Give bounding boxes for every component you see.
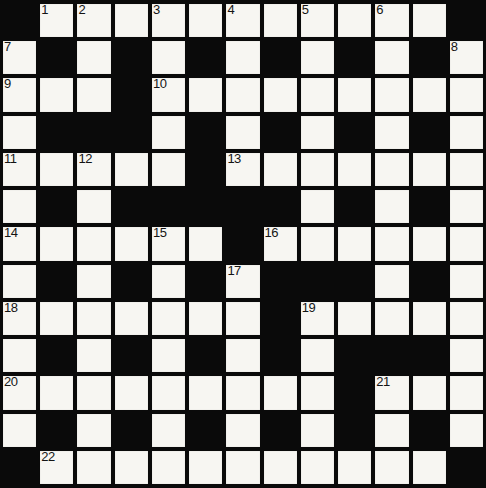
black-cell-r1c11 [413, 41, 446, 74]
crossword-board: 12345678910111213141516171819202122 [0, 0, 486, 488]
black-cell-r5c3 [115, 190, 148, 223]
black-cell-r7c3 [115, 265, 148, 298]
black-cell-r5c7 [264, 190, 297, 223]
white-cell-r6c7[interactable]: 16 [264, 227, 297, 260]
white-cell-r6c5[interactable] [189, 227, 222, 260]
white-cell-r4c10[interactable] [375, 153, 408, 186]
white-cell-r8c6[interactable] [226, 302, 259, 335]
white-cell-r3c12[interactable] [450, 116, 483, 149]
white-cell-r8c12[interactable] [450, 302, 483, 335]
white-cell-r3c0[interactable] [3, 116, 36, 149]
white-cell-r0c6[interactable]: 4 [226, 4, 259, 37]
white-cell-r2c11[interactable] [413, 78, 446, 111]
white-cell-r10c4[interactable] [152, 376, 185, 409]
white-cell-r3c10[interactable] [375, 116, 408, 149]
clue-number-8: 8 [451, 40, 458, 53]
white-cell-r12c5[interactable] [189, 451, 222, 484]
white-cell-r12c6[interactable] [226, 451, 259, 484]
clue-number-1: 1 [41, 3, 48, 16]
white-cell-r10c8[interactable] [301, 376, 334, 409]
black-cell-r5c4 [152, 190, 185, 223]
black-cell-r4c5 [189, 153, 222, 186]
white-cell-r12c9[interactable] [338, 451, 371, 484]
white-cell-r5c2[interactable] [77, 190, 110, 223]
black-cell-r7c5 [189, 265, 222, 298]
white-cell-r0c8[interactable]: 5 [301, 4, 334, 37]
white-cell-r2c12[interactable] [450, 78, 483, 111]
white-cell-r11c8[interactable] [301, 414, 334, 447]
clue-number-11: 11 [4, 152, 17, 165]
black-cell-r8c7 [264, 302, 297, 335]
white-cell-r5c10[interactable] [375, 190, 408, 223]
black-cell-r1c7 [264, 41, 297, 74]
white-cell-r4c4[interactable] [152, 153, 185, 186]
white-cell-r12c1[interactable]: 22 [40, 451, 73, 484]
clue-number-13: 13 [227, 152, 240, 165]
white-cell-r0c3[interactable] [115, 4, 148, 37]
white-cell-r0c9[interactable] [338, 4, 371, 37]
black-cell-r0c0 [3, 4, 36, 37]
crossword-grid: 12345678910111213141516171819202122 [3, 4, 483, 484]
black-cell-r11c11 [413, 414, 446, 447]
white-cell-r11c10[interactable] [375, 414, 408, 447]
white-cell-r9c2[interactable] [77, 339, 110, 372]
black-cell-r11c9 [338, 414, 371, 447]
clue-number-15: 15 [153, 226, 166, 239]
white-cell-r5c0[interactable] [3, 190, 36, 223]
clue-number-5: 5 [302, 3, 309, 16]
white-cell-r4c9[interactable] [338, 153, 371, 186]
clue-number-4: 4 [227, 3, 234, 16]
clue-number-18: 18 [4, 301, 17, 314]
black-cell-r9c5 [189, 339, 222, 372]
white-cell-r12c11[interactable] [413, 451, 446, 484]
white-cell-r8c3[interactable] [115, 302, 148, 335]
black-cell-r3c2 [77, 116, 110, 149]
white-cell-r3c4[interactable] [152, 116, 185, 149]
white-cell-r7c12[interactable] [450, 265, 483, 298]
clue-number-9: 9 [4, 77, 11, 90]
white-cell-r12c10[interactable] [375, 451, 408, 484]
black-cell-r5c1 [40, 190, 73, 223]
clue-number-10: 10 [153, 77, 166, 90]
black-cell-r1c9 [338, 41, 371, 74]
white-cell-r12c7[interactable] [264, 451, 297, 484]
black-cell-r3c11 [413, 116, 446, 149]
black-cell-r7c11 [413, 265, 446, 298]
white-cell-r0c7[interactable] [264, 4, 297, 37]
white-cell-r9c0[interactable] [3, 339, 36, 372]
white-cell-r9c4[interactable] [152, 339, 185, 372]
white-cell-r11c4[interactable] [152, 414, 185, 447]
black-cell-r11c5 [189, 414, 222, 447]
white-cell-r4c0[interactable]: 11 [3, 153, 36, 186]
black-cell-r1c5 [189, 41, 222, 74]
white-cell-r4c11[interactable] [413, 153, 446, 186]
white-cell-r2c0[interactable]: 9 [3, 78, 36, 111]
white-cell-r4c6[interactable]: 13 [226, 153, 259, 186]
white-cell-r7c2[interactable] [77, 265, 110, 298]
black-cell-r9c1 [40, 339, 73, 372]
clue-number-6: 6 [376, 3, 383, 16]
white-cell-r5c8[interactable] [301, 190, 334, 223]
white-cell-r10c1[interactable] [40, 376, 73, 409]
white-cell-r8c8[interactable]: 19 [301, 302, 334, 335]
white-cell-r12c3[interactable] [115, 451, 148, 484]
black-cell-r5c11 [413, 190, 446, 223]
white-cell-r12c2[interactable] [77, 451, 110, 484]
black-cell-r1c1 [40, 41, 73, 74]
clue-number-12: 12 [78, 152, 91, 165]
white-cell-r1c6[interactable] [226, 41, 259, 74]
white-cell-r1c8[interactable] [301, 41, 334, 74]
black-cell-r11c7 [264, 414, 297, 447]
white-cell-r8c5[interactable] [189, 302, 222, 335]
black-cell-r9c10 [375, 339, 408, 372]
white-cell-r10c3[interactable] [115, 376, 148, 409]
white-cell-r9c6[interactable] [226, 339, 259, 372]
white-cell-r12c4[interactable] [152, 451, 185, 484]
white-cell-r10c6[interactable] [226, 376, 259, 409]
black-cell-r5c9 [338, 190, 371, 223]
white-cell-r7c0[interactable] [3, 265, 36, 298]
white-cell-r2c2[interactable] [77, 78, 110, 111]
white-cell-r6c8[interactable] [301, 227, 334, 260]
white-cell-r0c1[interactable]: 1 [40, 4, 73, 37]
white-cell-r6c11[interactable] [413, 227, 446, 260]
white-cell-r11c12[interactable] [450, 414, 483, 447]
white-cell-r10c5[interactable] [189, 376, 222, 409]
black-cell-r0c12 [450, 4, 483, 37]
black-cell-r1c3 [115, 41, 148, 74]
white-cell-r2c1[interactable] [40, 78, 73, 111]
white-cell-r4c7[interactable] [264, 153, 297, 186]
white-cell-r2c7[interactable] [264, 78, 297, 111]
white-cell-r4c1[interactable] [40, 153, 73, 186]
white-cell-r2c5[interactable] [189, 78, 222, 111]
white-cell-r11c2[interactable] [77, 414, 110, 447]
white-cell-r0c2[interactable]: 2 [77, 4, 110, 37]
black-cell-r9c9 [338, 339, 371, 372]
white-cell-r7c6[interactable]: 17 [226, 265, 259, 298]
clue-number-21: 21 [376, 375, 389, 388]
white-cell-r11c0[interactable] [3, 414, 36, 447]
white-cell-r11c6[interactable] [226, 414, 259, 447]
white-cell-r6c2[interactable] [77, 227, 110, 260]
white-cell-r8c9[interactable] [338, 302, 371, 335]
white-cell-r10c12[interactable] [450, 376, 483, 409]
black-cell-r7c8 [301, 265, 334, 298]
black-cell-r7c7 [264, 265, 297, 298]
clue-number-16: 16 [265, 226, 278, 239]
white-cell-r1c12[interactable]: 8 [450, 41, 483, 74]
white-cell-r10c10[interactable]: 21 [375, 376, 408, 409]
white-cell-r7c10[interactable] [375, 265, 408, 298]
black-cell-r7c9 [338, 265, 371, 298]
white-cell-r8c10[interactable] [375, 302, 408, 335]
white-cell-r1c2[interactable] [77, 41, 110, 74]
black-cell-r9c7 [264, 339, 297, 372]
white-cell-r0c4[interactable]: 3 [152, 4, 185, 37]
white-cell-r4c3[interactable] [115, 153, 148, 186]
white-cell-r10c7[interactable] [264, 376, 297, 409]
clue-number-17: 17 [227, 264, 240, 277]
white-cell-r8c0[interactable]: 18 [3, 302, 36, 335]
clue-number-20: 20 [4, 375, 17, 388]
white-cell-r6c1[interactable] [40, 227, 73, 260]
black-cell-r6c6 [226, 227, 259, 260]
white-cell-r0c5[interactable] [189, 4, 222, 37]
white-cell-r1c10[interactable] [375, 41, 408, 74]
white-cell-r9c12[interactable] [450, 339, 483, 372]
white-cell-r3c8[interactable] [301, 116, 334, 149]
black-cell-r5c6 [226, 190, 259, 223]
white-cell-r4c12[interactable] [450, 153, 483, 186]
black-cell-r3c3 [115, 116, 148, 149]
black-cell-r3c5 [189, 116, 222, 149]
black-cell-r3c7 [264, 116, 297, 149]
black-cell-r11c1 [40, 414, 73, 447]
white-cell-r7c4[interactable] [152, 265, 185, 298]
white-cell-r8c1[interactable] [40, 302, 73, 335]
black-cell-r2c3 [115, 78, 148, 111]
white-cell-r12c8[interactable] [301, 451, 334, 484]
white-cell-r1c0[interactable]: 7 [3, 41, 36, 74]
white-cell-r8c4[interactable] [152, 302, 185, 335]
black-cell-r3c1 [40, 116, 73, 149]
white-cell-r6c4[interactable]: 15 [152, 227, 185, 260]
clue-number-7: 7 [4, 40, 11, 53]
white-cell-r5c12[interactable] [450, 190, 483, 223]
white-cell-r1c4[interactable] [152, 41, 185, 74]
black-cell-r7c1 [40, 265, 73, 298]
white-cell-r10c2[interactable] [77, 376, 110, 409]
clue-number-19: 19 [302, 301, 315, 314]
white-cell-r4c2[interactable]: 12 [77, 153, 110, 186]
black-cell-r12c12 [450, 451, 483, 484]
white-cell-r9c8[interactable] [301, 339, 334, 372]
white-cell-r0c10[interactable]: 6 [375, 4, 408, 37]
white-cell-r3c6[interactable] [226, 116, 259, 149]
black-cell-r9c11 [413, 339, 446, 372]
white-cell-r6c12[interactable] [450, 227, 483, 260]
white-cell-r10c11[interactable] [413, 376, 446, 409]
white-cell-r2c9[interactable] [338, 78, 371, 111]
white-cell-r6c9[interactable] [338, 227, 371, 260]
black-cell-r10c9 [338, 376, 371, 409]
white-cell-r2c10[interactable] [375, 78, 408, 111]
black-cell-r9c3 [115, 339, 148, 372]
black-cell-r11c3 [115, 414, 148, 447]
white-cell-r4c8[interactable] [301, 153, 334, 186]
black-cell-r12c0 [3, 451, 36, 484]
white-cell-r6c0[interactable]: 14 [3, 227, 36, 260]
white-cell-r8c11[interactable] [413, 302, 446, 335]
white-cell-r6c3[interactable] [115, 227, 148, 260]
white-cell-r10c0[interactable]: 20 [3, 376, 36, 409]
white-cell-r2c4[interactable]: 10 [152, 78, 185, 111]
white-cell-r2c8[interactable] [301, 78, 334, 111]
clue-number-14: 14 [4, 226, 17, 239]
clue-number-22: 22 [41, 450, 54, 463]
black-cell-r5c5 [189, 190, 222, 223]
white-cell-r0c11[interactable] [413, 4, 446, 37]
white-cell-r8c2[interactable] [77, 302, 110, 335]
black-cell-r3c9 [338, 116, 371, 149]
clue-number-3: 3 [153, 3, 160, 16]
white-cell-r6c10[interactable] [375, 227, 408, 260]
white-cell-r2c6[interactable] [226, 78, 259, 111]
clue-number-2: 2 [78, 3, 85, 16]
